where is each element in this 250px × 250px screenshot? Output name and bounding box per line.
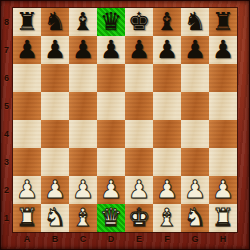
square-g5[interactable]: [181, 92, 209, 120]
piece-black-queen[interactable]: ♛: [100, 8, 122, 36]
square-f2[interactable]: ♟: [153, 176, 181, 204]
piece-white-pawn[interactable]: ♟: [72, 176, 94, 204]
square-d5[interactable]: [97, 92, 125, 120]
square-e2[interactable]: ♟: [125, 176, 153, 204]
square-b5[interactable]: [41, 92, 69, 120]
piece-black-rook[interactable]: ♜: [212, 8, 234, 36]
file-label-d: D: [97, 232, 125, 250]
square-f6[interactable]: [153, 64, 181, 92]
rank-label-2: 2: [0, 176, 13, 204]
piece-white-pawn[interactable]: ♟: [212, 176, 234, 204]
square-b8[interactable]: ♞: [41, 8, 69, 36]
square-f8[interactable]: ♝: [153, 8, 181, 36]
square-g2[interactable]: ♟: [181, 176, 209, 204]
square-d2[interactable]: ♟: [97, 176, 125, 204]
piece-white-pawn[interactable]: ♟: [128, 176, 150, 204]
piece-black-king[interactable]: ♚: [128, 8, 150, 36]
square-b6[interactable]: [41, 64, 69, 92]
square-d1[interactable]: ♛: [97, 204, 125, 232]
square-h2[interactable]: ♟: [209, 176, 237, 204]
file-label-f: F: [153, 232, 181, 250]
square-c4[interactable]: [69, 120, 97, 148]
square-g4[interactable]: [181, 120, 209, 148]
file-label-e: E: [125, 232, 153, 250]
square-g8[interactable]: ♞: [181, 8, 209, 36]
piece-white-queen[interactable]: ♛: [100, 204, 122, 232]
square-c5[interactable]: [69, 92, 97, 120]
file-labels: ABCDEFGH: [13, 232, 237, 250]
square-h8[interactable]: ♜: [209, 8, 237, 36]
piece-black-pawn[interactable]: ♟: [156, 36, 178, 64]
square-h6[interactable]: [209, 64, 237, 92]
piece-black-pawn[interactable]: ♟: [212, 36, 234, 64]
square-b1[interactable]: ♞: [41, 204, 69, 232]
square-f3[interactable]: [153, 148, 181, 176]
file-label-g: G: [181, 232, 209, 250]
square-h1[interactable]: ♜: [209, 204, 237, 232]
rank-label-3: 3: [0, 148, 13, 176]
square-b4[interactable]: [41, 120, 69, 148]
piece-white-pawn[interactable]: ♟: [100, 176, 122, 204]
square-a3[interactable]: [13, 148, 41, 176]
square-d8[interactable]: ♛: [97, 8, 125, 36]
square-c2[interactable]: ♟: [69, 176, 97, 204]
square-b7[interactable]: ♟: [41, 36, 69, 64]
chess-board-frame: ♜♞♝♛♚♝♞♜♟♟♟♟♟♟♟♟♟♟♟♟♟♟♟♟♜♞♝♛♚♝♞♜ 8765432…: [0, 0, 250, 250]
square-c1[interactable]: ♝: [69, 204, 97, 232]
square-h5[interactable]: [209, 92, 237, 120]
piece-white-bishop[interactable]: ♝: [72, 204, 94, 232]
file-label-a: A: [13, 232, 41, 250]
square-e4[interactable]: [125, 120, 153, 148]
square-b2[interactable]: ♟: [41, 176, 69, 204]
piece-white-rook[interactable]: ♜: [16, 204, 38, 232]
square-h7[interactable]: ♟: [209, 36, 237, 64]
rank-label-7: 7: [0, 36, 13, 64]
piece-white-knight[interactable]: ♞: [184, 204, 206, 232]
rank-label-6: 6: [0, 64, 13, 92]
piece-white-knight[interactable]: ♞: [44, 204, 66, 232]
rank-label-4: 4: [0, 120, 13, 148]
square-e8[interactable]: ♚: [125, 8, 153, 36]
square-a1[interactable]: ♜: [13, 204, 41, 232]
square-f1[interactable]: ♝: [153, 204, 181, 232]
piece-white-rook[interactable]: ♜: [212, 204, 234, 232]
file-label-b: B: [41, 232, 69, 250]
square-a7[interactable]: ♟: [13, 36, 41, 64]
square-c8[interactable]: ♝: [69, 8, 97, 36]
square-h4[interactable]: [209, 120, 237, 148]
piece-black-rook[interactable]: ♜: [16, 8, 38, 36]
piece-white-king[interactable]: ♚: [128, 204, 150, 232]
square-d7[interactable]: ♟: [97, 36, 125, 64]
piece-black-pawn[interactable]: ♟: [44, 36, 66, 64]
rank-label-5: 5: [0, 92, 13, 120]
piece-black-pawn[interactable]: ♟: [100, 36, 122, 64]
square-g1[interactable]: ♞: [181, 204, 209, 232]
file-label-h: H: [209, 232, 237, 250]
piece-black-bishop[interactable]: ♝: [72, 8, 94, 36]
square-g3[interactable]: [181, 148, 209, 176]
square-c3[interactable]: [69, 148, 97, 176]
rank-labels: 87654321: [0, 8, 13, 232]
square-a8[interactable]: ♜: [13, 8, 41, 36]
piece-black-pawn[interactable]: ♟: [184, 36, 206, 64]
piece-white-pawn[interactable]: ♟: [184, 176, 206, 204]
square-a6[interactable]: [13, 64, 41, 92]
square-c7[interactable]: ♟: [69, 36, 97, 64]
square-f4[interactable]: [153, 120, 181, 148]
square-d3[interactable]: [97, 148, 125, 176]
piece-black-pawn[interactable]: ♟: [72, 36, 94, 64]
square-e3[interactable]: [125, 148, 153, 176]
square-d4[interactable]: [97, 120, 125, 148]
square-d6[interactable]: [97, 64, 125, 92]
file-label-c: C: [69, 232, 97, 250]
piece-white-pawn[interactable]: ♟: [16, 176, 38, 204]
piece-black-bishop[interactable]: ♝: [156, 8, 178, 36]
square-c6[interactable]: [69, 64, 97, 92]
square-f7[interactable]: ♟: [153, 36, 181, 64]
piece-black-pawn[interactable]: ♟: [128, 36, 150, 64]
piece-white-pawn[interactable]: ♟: [44, 176, 66, 204]
square-f5[interactable]: [153, 92, 181, 120]
square-g7[interactable]: ♟: [181, 36, 209, 64]
square-h3[interactable]: [209, 148, 237, 176]
square-g6[interactable]: [181, 64, 209, 92]
square-e5[interactable]: [125, 92, 153, 120]
square-b3[interactable]: [41, 148, 69, 176]
rank-label-1: 1: [0, 204, 13, 232]
rank-label-8: 8: [0, 8, 13, 36]
piece-black-pawn[interactable]: ♟: [16, 36, 38, 64]
square-e7[interactable]: ♟: [125, 36, 153, 64]
square-e6[interactable]: [125, 64, 153, 92]
piece-white-pawn[interactable]: ♟: [156, 176, 178, 204]
square-a2[interactable]: ♟: [13, 176, 41, 204]
square-e1[interactable]: ♚: [125, 204, 153, 232]
square-a4[interactable]: [13, 120, 41, 148]
piece-black-knight[interactable]: ♞: [44, 8, 66, 36]
piece-white-bishop[interactable]: ♝: [156, 204, 178, 232]
piece-black-knight[interactable]: ♞: [184, 8, 206, 36]
board: ♜♞♝♛♚♝♞♜♟♟♟♟♟♟♟♟♟♟♟♟♟♟♟♟♜♞♝♛♚♝♞♜: [13, 8, 237, 232]
square-a5[interactable]: [13, 92, 41, 120]
